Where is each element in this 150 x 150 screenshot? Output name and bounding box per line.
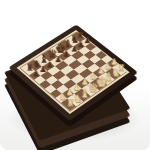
scene: ♜♞♝♛♚♝♞♜♟♟♟♟♟♟♟♟♟♟♟♟♟♟♟♟♜♞♝♛♚♝♞♜ xyxy=(0,0,150,150)
board-square: ♜ xyxy=(61,98,76,110)
chess-set-product-photo: ♜♞♝♛♚♝♞♜♟♟♟♟♟♟♟♟♟♟♟♟♟♟♟♟♜♞♝♛♚♝♞♜ xyxy=(0,0,150,150)
piece-white-rook: ♜ xyxy=(66,99,74,108)
piece-black-pawn: ♟ xyxy=(63,51,70,59)
